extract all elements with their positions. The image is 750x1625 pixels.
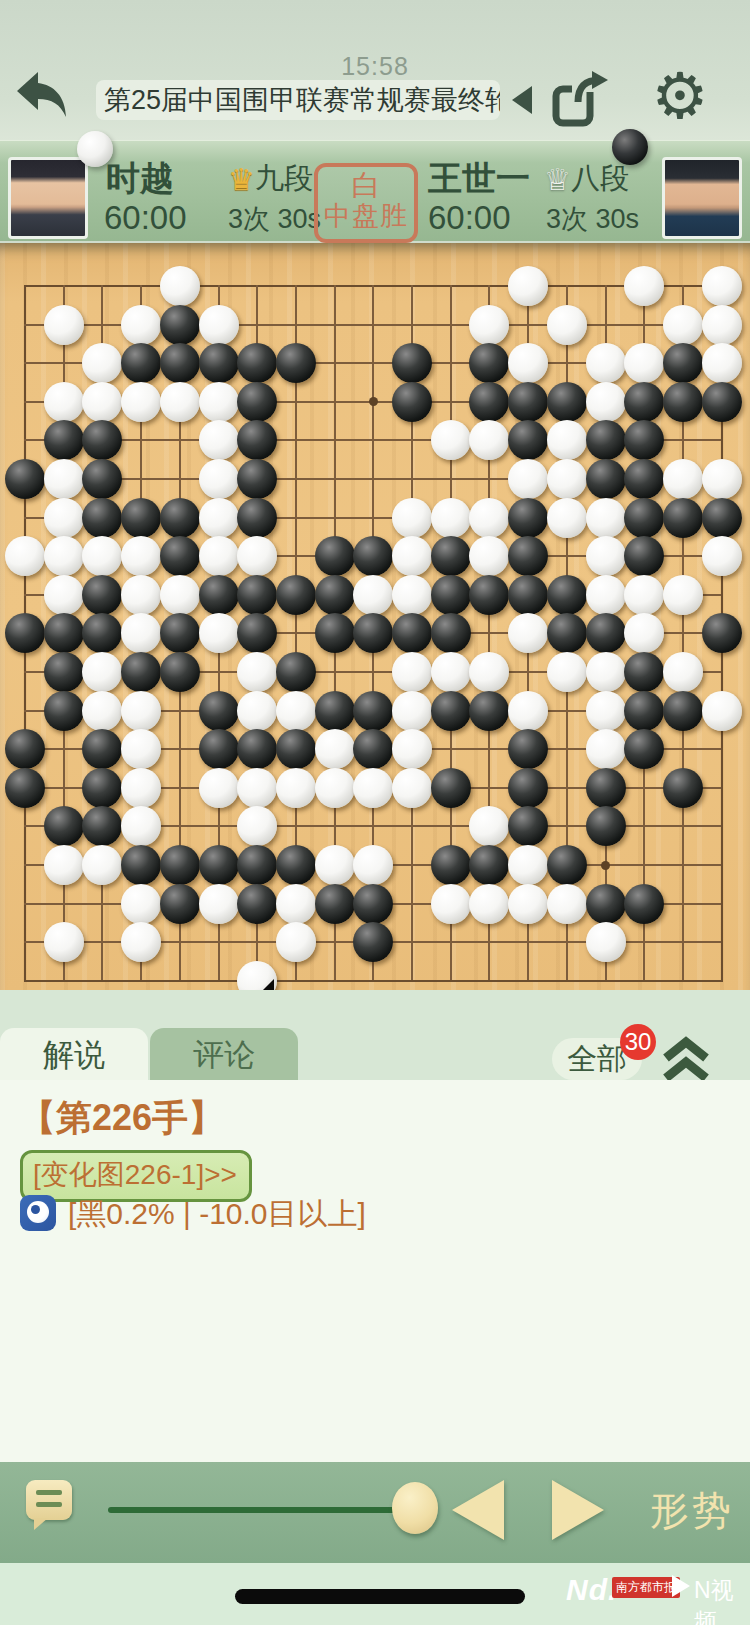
stone-white <box>121 536 161 576</box>
result-stamp: 白 中盘胜 <box>314 163 418 243</box>
stone-black <box>44 613 84 653</box>
tab-commentary[interactable]: 解说 <box>0 1028 148 1080</box>
stone-white <box>586 343 626 383</box>
stone-black <box>431 691 471 731</box>
result-stamp-line1: 白 <box>318 169 414 201</box>
stone-black <box>237 420 277 460</box>
previous-move-button[interactable] <box>452 1480 504 1540</box>
result-stamp-line2: 中盘胜 <box>318 201 414 231</box>
stone-black <box>508 575 548 615</box>
stone-black <box>469 382 509 422</box>
stone-black <box>547 575 587 615</box>
stone-black <box>353 536 393 576</box>
stone-black <box>624 691 664 731</box>
stone-black <box>82 575 122 615</box>
play-icon <box>672 1575 690 1597</box>
stone-black <box>5 729 45 769</box>
player2-rank: ♕八段 <box>544 159 629 199</box>
stone-black <box>624 652 664 692</box>
stone-white <box>82 536 122 576</box>
stone-white <box>353 845 393 885</box>
stone-white <box>82 691 122 731</box>
stone-white <box>82 382 122 422</box>
stone-black <box>547 382 587 422</box>
player1-name: 时越 <box>106 156 174 202</box>
stone-black <box>82 806 122 846</box>
move-number-heading: 【第226手】 <box>20 1094 224 1143</box>
stone-black <box>547 845 587 885</box>
player2-clock: 60:00 <box>428 199 511 237</box>
stone-black <box>353 613 393 653</box>
stone-black <box>624 884 664 924</box>
stone-white <box>508 845 548 885</box>
stone-black <box>702 613 742 653</box>
stone-black <box>624 382 664 422</box>
stone-black <box>353 922 393 962</box>
title-collapse-icon[interactable] <box>512 86 532 114</box>
silver-crown-icon: ♕ <box>544 163 571 196</box>
stone-white <box>663 305 703 345</box>
stone-white <box>121 305 161 345</box>
stone-white <box>44 305 84 345</box>
player2-color-stone-black <box>612 129 648 165</box>
stone-white <box>586 575 626 615</box>
stone-black <box>586 768 626 808</box>
stone-black <box>121 343 161 383</box>
comment-icon[interactable] <box>26 1480 72 1520</box>
stone-white <box>624 613 664 653</box>
stone-black <box>315 884 355 924</box>
stone-black <box>276 575 316 615</box>
stone-white <box>44 536 84 576</box>
stone-black <box>469 845 509 885</box>
stone-black <box>702 498 742 538</box>
stone-black <box>508 420 548 460</box>
stone-white <box>44 922 84 962</box>
stone-white <box>121 382 161 422</box>
stone-black <box>315 691 355 731</box>
stone-white <box>586 922 626 962</box>
stone-black <box>431 575 471 615</box>
stone-white <box>237 806 277 846</box>
stone-black <box>160 343 200 383</box>
stone-white <box>237 691 277 731</box>
stone-white <box>508 459 548 499</box>
stone-white <box>547 884 587 924</box>
stone-white <box>547 459 587 499</box>
ai-analysis-text: [黑0.2% | -10.0目以上] <box>68 1194 366 1235</box>
stone-white <box>508 884 548 924</box>
stone-white <box>5 536 45 576</box>
stone-black <box>199 575 239 615</box>
stone-black <box>160 884 200 924</box>
stone-white <box>702 343 742 383</box>
next-move-button[interactable] <box>552 1480 604 1540</box>
stone-white <box>469 652 509 692</box>
stone-white <box>276 922 316 962</box>
stone-white <box>237 768 277 808</box>
stone-white <box>431 498 471 538</box>
stone-black <box>508 806 548 846</box>
situation-button[interactable]: 形势 <box>650 1484 734 1538</box>
stone-black <box>508 729 548 769</box>
players-bar: 时越 60:00 ♛九段 3次 30s 白 中盘胜 王世一 60:00 ♕八段 … <box>0 140 750 241</box>
move-slider-track[interactable] <box>108 1507 400 1513</box>
stone-black <box>508 536 548 576</box>
stone-white <box>44 498 84 538</box>
stone-white <box>586 729 626 769</box>
stone-white <box>392 652 432 692</box>
stone-white <box>508 266 548 306</box>
stone-black <box>663 498 703 538</box>
stone-black <box>353 729 393 769</box>
stone-white <box>702 266 742 306</box>
stone-black <box>469 575 509 615</box>
stone-white <box>663 652 703 692</box>
tab-comments[interactable]: 评论 <box>150 1028 298 1080</box>
stone-black <box>586 420 626 460</box>
stone-white <box>431 884 471 924</box>
stone-black <box>586 884 626 924</box>
stone-black <box>237 884 277 924</box>
stone-black <box>82 420 122 460</box>
stone-black <box>160 845 200 885</box>
stone-white <box>469 420 509 460</box>
stone-black <box>624 536 664 576</box>
stone-black <box>121 498 161 538</box>
stone-white <box>431 420 471 460</box>
stone-white <box>44 575 84 615</box>
stone-black <box>160 305 200 345</box>
stone-black <box>237 343 277 383</box>
star-point <box>601 861 610 870</box>
stone-white <box>82 845 122 885</box>
stone-black <box>315 613 355 653</box>
stone-black <box>44 420 84 460</box>
stone-white <box>469 536 509 576</box>
stone-white <box>44 382 84 422</box>
stone-black <box>82 613 122 653</box>
stone-white <box>547 652 587 692</box>
stone-black <box>199 691 239 731</box>
stone-white <box>276 768 316 808</box>
stone-white <box>547 498 587 538</box>
stone-white <box>237 652 277 692</box>
stone-white <box>586 691 626 731</box>
grid-line <box>24 980 723 982</box>
go-board[interactable] <box>0 243 750 990</box>
stone-white <box>702 691 742 731</box>
move-slider-thumb[interactable] <box>392 1482 438 1534</box>
unread-count-badge: 30 <box>620 1024 656 1060</box>
stone-white <box>663 459 703 499</box>
stone-black <box>5 459 45 499</box>
stone-black <box>586 613 626 653</box>
watermark-brand-badge: 南方都市报 <box>612 1577 680 1598</box>
stone-white <box>199 420 239 460</box>
stone-white <box>199 498 239 538</box>
stone-black <box>392 382 432 422</box>
stone-black <box>237 382 277 422</box>
stone-white <box>82 343 122 383</box>
stone-white <box>276 691 316 731</box>
stone-black <box>353 691 393 731</box>
stone-black <box>44 691 84 731</box>
stone-black <box>160 536 200 576</box>
stone-white <box>392 729 432 769</box>
stone-black <box>392 343 432 383</box>
stone-black <box>469 343 509 383</box>
stone-black <box>237 459 277 499</box>
stone-white <box>431 652 471 692</box>
stone-black <box>44 652 84 692</box>
stone-black <box>160 613 200 653</box>
player1-avatar[interactable] <box>8 157 88 239</box>
stone-black <box>547 613 587 653</box>
stone-white <box>586 498 626 538</box>
stone-black <box>508 768 548 808</box>
stone-black <box>121 652 161 692</box>
watermark-video: N视频 <box>694 1575 750 1625</box>
playback-toolbar: 形势 <box>0 1462 750 1563</box>
stone-black <box>276 652 316 692</box>
stone-white <box>199 884 239 924</box>
stone-white <box>469 884 509 924</box>
stone-black <box>237 575 277 615</box>
stone-white <box>469 305 509 345</box>
stone-white <box>469 806 509 846</box>
stone-white <box>702 459 742 499</box>
stone-white <box>392 536 432 576</box>
stone-black <box>82 459 122 499</box>
stone-black <box>431 845 471 885</box>
stone-white <box>392 691 432 731</box>
player2-name: 王世一 <box>428 156 530 202</box>
star-point <box>369 397 378 406</box>
stone-white <box>121 691 161 731</box>
stone-white <box>121 806 161 846</box>
stone-black <box>315 536 355 576</box>
stone-white <box>702 305 742 345</box>
stone-white <box>44 845 84 885</box>
stone-white <box>586 382 626 422</box>
stone-white <box>82 652 122 692</box>
stone-black <box>624 498 664 538</box>
stone-black <box>586 459 626 499</box>
stone-black <box>5 768 45 808</box>
stone-black <box>663 382 703 422</box>
stone-white <box>160 266 200 306</box>
player1-byoyomi: 3次 30s <box>228 201 321 237</box>
header: 15:58 第25届中国围甲联赛常规赛最终轮 ⚙ <box>0 0 750 140</box>
stone-white <box>199 536 239 576</box>
stone-white <box>508 613 548 653</box>
stone-black <box>237 729 277 769</box>
stone-white <box>353 575 393 615</box>
share-button[interactable] <box>550 70 610 128</box>
status-time: 15:58 <box>0 52 750 81</box>
stone-black <box>199 729 239 769</box>
stone-black <box>199 845 239 885</box>
stone-white <box>160 575 200 615</box>
home-indicator <box>235 1589 525 1604</box>
settings-button[interactable]: ⚙ <box>646 62 714 130</box>
stone-white <box>276 884 316 924</box>
stone-white <box>508 343 548 383</box>
stone-white <box>160 382 200 422</box>
stone-black <box>276 845 316 885</box>
stone-black <box>82 768 122 808</box>
stone-black <box>160 498 200 538</box>
stone-black <box>508 498 548 538</box>
app-screen: 15:58 第25届中国围甲联赛常规赛最终轮 ⚙ <box>0 0 750 1625</box>
player2-avatar[interactable] <box>662 157 742 239</box>
stone-white <box>315 768 355 808</box>
stone-white <box>199 768 239 808</box>
stone-white <box>624 575 664 615</box>
stone-black <box>508 382 548 422</box>
stone-white <box>547 420 587 460</box>
stone-black <box>199 343 239 383</box>
stone-white <box>624 343 664 383</box>
stone-black <box>82 729 122 769</box>
collapse-panel-button[interactable] <box>658 1034 714 1084</box>
ai-engine-icon <box>20 1195 56 1231</box>
stone-black <box>276 729 316 769</box>
stone-white <box>237 536 277 576</box>
tab-strip: 解说 评论 全部 30 <box>0 990 750 1080</box>
stone-white <box>586 536 626 576</box>
share-icon <box>550 70 610 128</box>
stone-white <box>392 575 432 615</box>
watermark-brand: Nd. <box>566 1573 617 1607</box>
stone-white <box>121 613 161 653</box>
stone-black <box>663 768 703 808</box>
stone-white <box>315 729 355 769</box>
match-title[interactable]: 第25届中国围甲联赛常规赛最终轮 <box>96 80 500 120</box>
stone-black <box>702 382 742 422</box>
stone-white <box>353 768 393 808</box>
stone-black <box>431 613 471 653</box>
player2-byoyomi: 3次 30s <box>546 201 639 237</box>
commentary-panel: 【第226手】 [变化图226-1]>> [黑0.2% | -10.0目以上] <box>0 1080 750 1462</box>
player1-rank: ♛九段 <box>228 159 313 199</box>
stone-black <box>237 498 277 538</box>
stone-white <box>392 768 432 808</box>
back-button[interactable] <box>14 70 68 120</box>
stone-black <box>392 613 432 653</box>
stone-black <box>276 343 316 383</box>
stone-black <box>160 652 200 692</box>
stone-white <box>508 691 548 731</box>
stone-black <box>353 884 393 924</box>
stone-white <box>121 922 161 962</box>
stone-white <box>121 575 161 615</box>
stone-black <box>82 498 122 538</box>
stone-black <box>431 536 471 576</box>
stone-black <box>586 806 626 846</box>
stone-black <box>624 729 664 769</box>
stone-black <box>237 845 277 885</box>
stone-white <box>586 652 626 692</box>
double-chevron-up-icon <box>658 1034 714 1084</box>
stone-white <box>199 613 239 653</box>
stone-black <box>315 575 355 615</box>
stone-white <box>44 459 84 499</box>
stone-black <box>431 768 471 808</box>
bottom-strip: Nd. 南方都市报 N视频 <box>0 1563 750 1625</box>
gold-crown-icon: ♛ <box>228 163 255 196</box>
stone-black <box>624 459 664 499</box>
stone-black <box>469 691 509 731</box>
stone-white <box>663 575 703 615</box>
stone-white <box>121 729 161 769</box>
stone-white <box>199 305 239 345</box>
stone-white <box>624 266 664 306</box>
gear-icon: ⚙ <box>651 60 708 132</box>
stone-black <box>663 343 703 383</box>
stone-black <box>44 806 84 846</box>
stone-white <box>469 498 509 538</box>
stone-white <box>315 845 355 885</box>
stone-black <box>624 420 664 460</box>
stone-black <box>663 691 703 731</box>
stone-black <box>121 845 161 885</box>
player1-clock: 60:00 <box>104 199 187 237</box>
stone-white <box>199 459 239 499</box>
stone-white <box>392 498 432 538</box>
stone-white <box>121 768 161 808</box>
stone-black <box>237 613 277 653</box>
stone-black <box>5 613 45 653</box>
stone-white <box>547 305 587 345</box>
stone-white <box>199 382 239 422</box>
stone-white <box>121 884 161 924</box>
back-arrow-icon <box>14 70 68 120</box>
stone-white <box>702 536 742 576</box>
